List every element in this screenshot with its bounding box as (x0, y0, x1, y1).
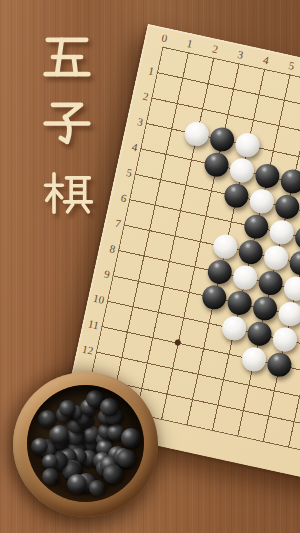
title-char-zi (41, 96, 93, 150)
coord-left-4: 4 (121, 137, 139, 156)
screenshot-root: 012345 123456789101112 (0, 0, 300, 533)
coord-left-7: 7 (104, 213, 122, 232)
coord-left-6: 6 (110, 187, 128, 206)
stone-bowl[interactable] (13, 372, 158, 517)
bowl-black-stone (117, 449, 136, 468)
coord-left-8: 8 (99, 238, 117, 257)
coord-left-1: 1 (138, 60, 156, 79)
bowl-black-stone (42, 468, 59, 485)
coord-top-2: 2 (206, 39, 225, 58)
bowl-black-stone (67, 474, 87, 494)
bowl-black-stone (121, 428, 141, 448)
coord-left-3: 3 (127, 111, 145, 130)
coord-top-4: 4 (257, 50, 276, 69)
coord-top-3: 3 (231, 45, 250, 64)
coord-left-9: 9 (93, 264, 111, 283)
coord-left-10: 10 (88, 289, 106, 308)
bowl-black-stone (89, 480, 105, 496)
bowl-cavity (27, 385, 144, 502)
bowl-black-stone (38, 410, 56, 428)
title-char-wu (41, 30, 93, 84)
coord-top-0: 0 (155, 28, 174, 47)
coord-left-5: 5 (116, 162, 134, 181)
bowl-black-stone (59, 400, 76, 417)
coord-left-11: 11 (82, 314, 100, 333)
coord-left-2: 2 (132, 86, 150, 105)
bowl-black-stone (103, 464, 123, 484)
app-title (41, 30, 93, 220)
coord-left-12: 12 (77, 340, 95, 359)
coord-top-1: 1 (180, 34, 199, 53)
title-char-qi (41, 166, 93, 220)
coord-top-5: 5 (282, 56, 300, 75)
